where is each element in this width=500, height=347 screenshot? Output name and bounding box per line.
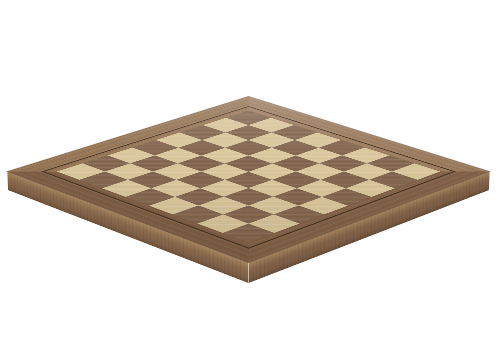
square-h7	[369, 171, 417, 188]
square-c1	[102, 180, 151, 197]
square-d3	[176, 171, 224, 188]
square-b1	[79, 171, 127, 188]
square-e3	[200, 180, 249, 197]
board-top-face	[7, 96, 489, 262]
square-d1	[125, 188, 174, 205]
square-g6	[321, 171, 369, 188]
square-g4	[273, 188, 322, 205]
square-e1	[149, 197, 199, 215]
product-photo-canvas	[0, 0, 500, 347]
square-g5	[297, 180, 346, 197]
square-e2	[175, 188, 224, 205]
square-g2	[223, 206, 273, 224]
square-h2	[249, 215, 300, 233]
square-f5	[273, 171, 321, 188]
square-g3	[249, 197, 299, 215]
square-h3	[274, 206, 324, 224]
square-e4	[224, 172, 272, 189]
square-c2	[128, 171, 176, 188]
square-f4	[249, 180, 298, 197]
square-f2	[199, 197, 249, 215]
square-f3	[224, 188, 273, 205]
square-h1	[223, 224, 274, 243]
square-h4	[298, 197, 348, 215]
square-h6	[346, 180, 395, 197]
square-h5	[322, 188, 371, 205]
square-f1	[173, 206, 223, 224]
chess-board	[7, 96, 489, 262]
square-g1	[198, 215, 249, 233]
square-d2	[151, 180, 200, 197]
